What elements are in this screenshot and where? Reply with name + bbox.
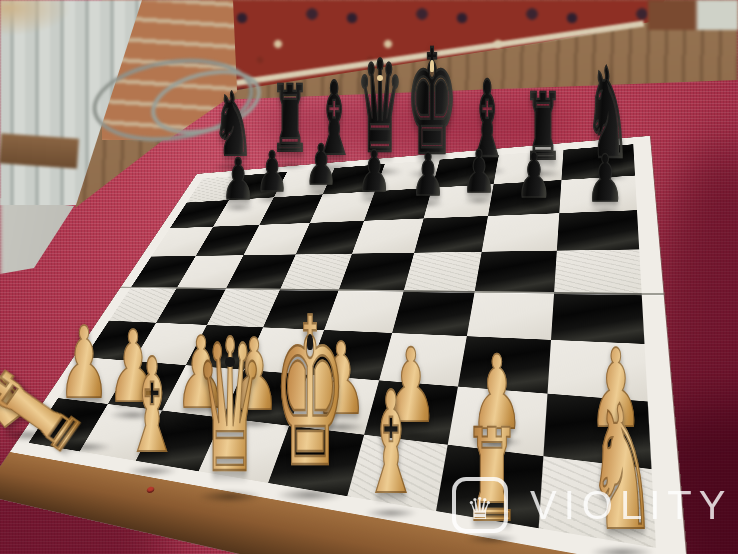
watermark-text: VIOLITY	[530, 483, 732, 528]
white-pawn-icon: ♟	[58, 313, 110, 412]
white-bishop-icon: ♝	[124, 342, 180, 472]
finial-dark-point	[307, 334, 314, 350]
black-pawn-icon: ♟	[411, 145, 445, 204]
white-king-icon: ♚	[273, 291, 347, 496]
violity-watermark: ♛ VIOLITY	[452, 474, 732, 536]
black-pawn-icon: ♟	[221, 151, 255, 208]
crown-icon: ♛	[467, 494, 494, 524]
white-queen-icon: ♛	[195, 315, 265, 498]
white-bishop-icon: ♝	[362, 373, 419, 514]
black-pawn-icon: ♟	[357, 143, 391, 200]
black-pawn-icon: ♟	[462, 142, 496, 201]
black-pawn-icon: ♟	[516, 144, 552, 206]
black-pawn-icon: ♟	[586, 147, 624, 212]
black-pawn-icon: ♟	[304, 138, 337, 194]
photo-scene: ♞♜♝♛♚♝♜♞♟♟♟♟♟♟♟♟♟♟♟♟♟♟♟♟♞♜♝♛♚♝♜♞ ♛ VIOLI…	[0, 0, 738, 554]
pieces-layer: ♞♜♝♛♚♝♜♞♟♟♟♟♟♟♟♟♟♟♟♟♟♟♟♟♞♜♝♛♚♝♜♞	[0, 0, 738, 554]
black-pawn-icon: ♟	[255, 145, 288, 201]
finial-light-point	[430, 60, 435, 72]
finial-dark-ball	[225, 357, 234, 366]
watermark-crown-icon: ♛	[452, 477, 508, 533]
